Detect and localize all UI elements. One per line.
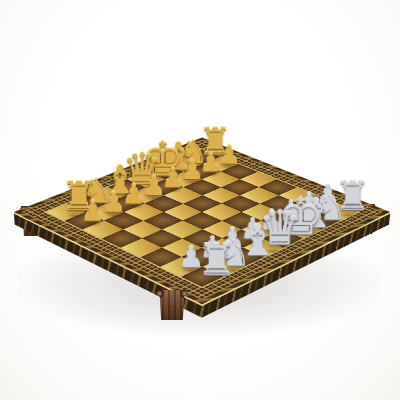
board-tilt: ♜♞♝♛♚♝♞♜♟♟♟♟♟♟♟♟♟♟♟♟♟♟♟♟♜♞♝♛♚♝♞♜	[14, 137, 390, 304]
board-grid: ♜♞♝♛♚♝♞♜♟♟♟♟♟♟♟♟♟♟♟♟♟♟♟♟♜♞♝♛♚♝♞♜	[46, 149, 357, 286]
piece-silver-rook[interactable]: ♜	[197, 238, 227, 282]
board-3d: ♜♞♝♛♚♝♞♜♟♟♟♟♟♟♟♟♟♟♟♟♟♟♟♟♜♞♝♛♚♝♞♜	[69, 79, 335, 345]
piece-gold-pawn[interactable]: ♟	[79, 197, 107, 224]
board-surface: ♜♞♝♛♚♝♞♜♟♟♟♟♟♟♟♟♟♟♟♟♟♟♟♟♜♞♝♛♚♝♞♜	[14, 137, 390, 304]
meander-border: ♜♞♝♛♚♝♞♜♟♟♟♟♟♟♟♟♟♟♟♟♟♟♟♟♜♞♝♛♚♝♞♜	[22, 140, 381, 299]
chess-set-photo: ♜♞♝♛♚♝♞♜♟♟♟♟♟♟♟♟♟♟♟♟♟♟♟♟♜♞♝♛♚♝♞♜	[0, 0, 400, 400]
